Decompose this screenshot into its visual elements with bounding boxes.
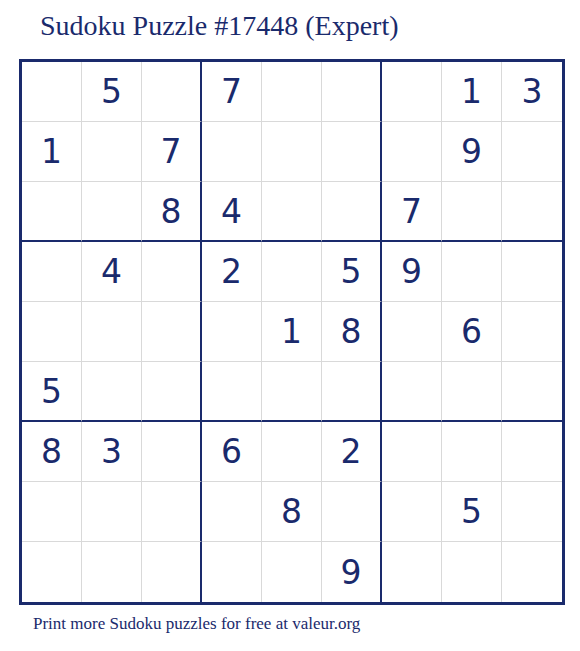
cell-r2c7	[382, 122, 442, 182]
cell-r2c6	[322, 122, 382, 182]
cell-r4c1	[22, 242, 82, 302]
cell-r2c4	[202, 122, 262, 182]
cell-r4c5	[262, 242, 322, 302]
cell-r7c8	[442, 422, 502, 482]
cell-r7c6: 2	[322, 422, 382, 482]
cell-r3c7: 7	[382, 182, 442, 242]
cell-r1c9: 3	[502, 62, 562, 122]
cell-r6c9	[502, 362, 562, 422]
cell-r6c2	[82, 362, 142, 422]
cell-r4c4: 2	[202, 242, 262, 302]
cell-r6c5	[262, 362, 322, 422]
cell-r7c7	[382, 422, 442, 482]
cell-r2c2	[82, 122, 142, 182]
cell-r8c4	[202, 482, 262, 542]
cell-r4c9	[502, 242, 562, 302]
cell-r3c8	[442, 182, 502, 242]
cell-r3c2	[82, 182, 142, 242]
page-title: Sudoku Puzzle #17448 (Expert)	[40, 10, 399, 42]
cell-r3c3: 8	[142, 182, 202, 242]
cell-r4c7: 9	[382, 242, 442, 302]
cell-r9c9	[502, 542, 562, 602]
cell-r9c1	[22, 542, 82, 602]
cell-r2c5	[262, 122, 322, 182]
cell-r9c7	[382, 542, 442, 602]
cell-r3c1	[22, 182, 82, 242]
cell-r3c4: 4	[202, 182, 262, 242]
cell-r5c6: 8	[322, 302, 382, 362]
cell-r3c6	[322, 182, 382, 242]
cell-r9c4	[202, 542, 262, 602]
cell-r6c7	[382, 362, 442, 422]
cell-r7c3	[142, 422, 202, 482]
cell-r8c8: 5	[442, 482, 502, 542]
cell-r6c4	[202, 362, 262, 422]
cell-r5c5: 1	[262, 302, 322, 362]
cell-r4c2: 4	[82, 242, 142, 302]
cell-r5c2	[82, 302, 142, 362]
cell-r4c3	[142, 242, 202, 302]
cell-r3c9	[502, 182, 562, 242]
cell-r8c2	[82, 482, 142, 542]
page: Sudoku Puzzle #17448 (Expert) 5713179847…	[0, 0, 580, 651]
cell-r8c3	[142, 482, 202, 542]
cell-r5c9	[502, 302, 562, 362]
cell-r6c6	[322, 362, 382, 422]
cell-r8c9	[502, 482, 562, 542]
cell-r9c5	[262, 542, 322, 602]
cell-r8c6	[322, 482, 382, 542]
cell-r1c2: 5	[82, 62, 142, 122]
cell-r5c1	[22, 302, 82, 362]
cell-r6c8	[442, 362, 502, 422]
cell-r7c1: 8	[22, 422, 82, 482]
cell-r8c5: 8	[262, 482, 322, 542]
cell-r1c8: 1	[442, 62, 502, 122]
cell-r2c8: 9	[442, 122, 502, 182]
cell-r7c4: 6	[202, 422, 262, 482]
cell-r9c6: 9	[322, 542, 382, 602]
cell-r1c5	[262, 62, 322, 122]
cell-r1c3	[142, 62, 202, 122]
cell-r5c4	[202, 302, 262, 362]
cell-r9c8	[442, 542, 502, 602]
cell-r9c3	[142, 542, 202, 602]
cell-r5c3	[142, 302, 202, 362]
cell-r1c4: 7	[202, 62, 262, 122]
cell-r4c8	[442, 242, 502, 302]
cell-r9c2	[82, 542, 142, 602]
cell-r1c1	[22, 62, 82, 122]
cell-r7c9	[502, 422, 562, 482]
cell-r5c7	[382, 302, 442, 362]
cell-r3c5	[262, 182, 322, 242]
cell-r7c5	[262, 422, 322, 482]
cell-r8c1	[22, 482, 82, 542]
cell-r8c7	[382, 482, 442, 542]
cell-r2c9	[502, 122, 562, 182]
sudoku-board: 5713179847425918658362859	[19, 59, 565, 605]
cell-r6c1: 5	[22, 362, 82, 422]
cell-r1c6	[322, 62, 382, 122]
cell-r6c3	[142, 362, 202, 422]
cell-r5c8: 6	[442, 302, 502, 362]
cell-r2c1: 1	[22, 122, 82, 182]
cell-r2c3: 7	[142, 122, 202, 182]
footer-text: Print more Sudoku puzzles for free at va…	[33, 614, 360, 634]
cell-r7c2: 3	[82, 422, 142, 482]
cell-r1c7	[382, 62, 442, 122]
cell-r4c6: 5	[322, 242, 382, 302]
